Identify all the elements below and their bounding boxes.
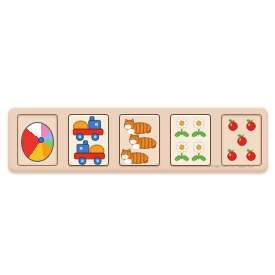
cell-3-cats[interactable] xyxy=(119,114,160,166)
beach-ball-icon xyxy=(21,122,55,162)
ball-valve-icon xyxy=(38,137,44,143)
cell-5-apples xyxy=(221,114,262,166)
flower-icon xyxy=(174,117,190,139)
cell-1-beach-ball xyxy=(17,114,58,166)
apple-icon xyxy=(245,148,257,162)
product-photo: Lovingly made by Bigjigs Toys xyxy=(0,0,275,275)
flower-icon xyxy=(191,117,207,139)
cell-4-flowers[interactable] xyxy=(170,114,211,166)
apple-icon xyxy=(226,148,238,162)
train-icon xyxy=(72,140,106,165)
cat-icon xyxy=(120,148,150,165)
apple-icon xyxy=(245,118,257,132)
cell-2-trains[interactable] xyxy=(68,114,109,166)
puzzle-tray xyxy=(8,107,268,172)
flower-icon xyxy=(174,141,190,163)
flower-icon xyxy=(191,141,207,163)
apple-icon xyxy=(227,118,239,132)
apple-icon xyxy=(236,133,248,147)
brand-caption: Lovingly made by Bigjigs Toys xyxy=(207,164,254,168)
train-icon xyxy=(72,116,106,141)
